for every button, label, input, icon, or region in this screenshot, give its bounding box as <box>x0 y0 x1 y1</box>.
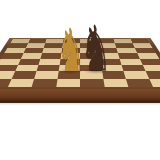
square-c1[interactable] <box>32 79 57 87</box>
board-front-edge <box>0 89 160 103</box>
square-b2[interactable] <box>11 71 36 78</box>
black-knight[interactable]: ♞ <box>80 17 108 80</box>
square-h3[interactable] <box>142 65 160 72</box>
square-b3[interactable] <box>15 65 39 72</box>
square-c2[interactable] <box>34 71 58 78</box>
square-h2[interactable] <box>145 71 160 78</box>
square-c3[interactable] <box>36 65 59 72</box>
square-b1[interactable] <box>7 79 34 87</box>
board-photo: ♞ ♞ <box>0 0 160 160</box>
white-knight[interactable]: ♞ <box>57 20 83 80</box>
